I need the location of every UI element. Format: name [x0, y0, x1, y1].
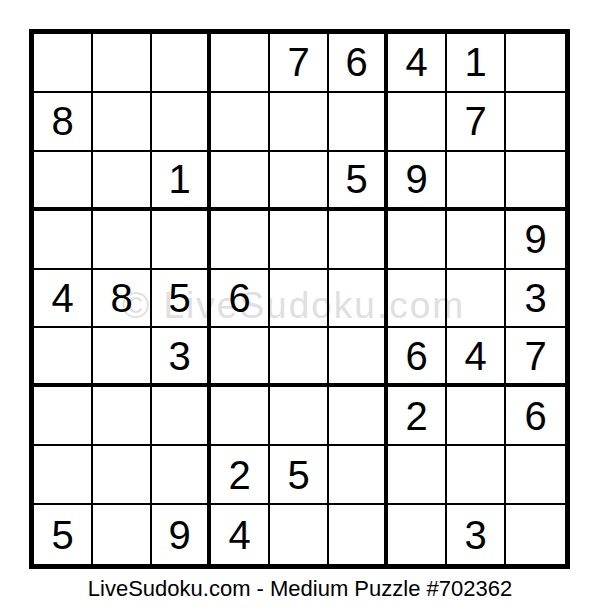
sudoku-cell-empty[interactable]	[152, 387, 211, 446]
sudoku-cell-empty[interactable]	[388, 505, 447, 564]
sudoku-cell-given[interactable]: 4	[388, 34, 447, 93]
sudoku-cell-given[interactable]: 2	[388, 387, 447, 446]
sudoku-cell-empty[interactable]	[211, 152, 270, 211]
sudoku-cell-given[interactable]: 9	[506, 211, 565, 270]
sudoku-cell-empty[interactable]	[211, 387, 270, 446]
sudoku-cell-empty[interactable]	[506, 34, 565, 93]
sudoku-cell-given[interactable]: 7	[506, 328, 565, 387]
sudoku-cell-empty[interactable]	[152, 93, 211, 152]
sudoku-grid: 764187159948563364726255943	[34, 34, 565, 564]
sudoku-cell-given[interactable]: 6	[211, 270, 270, 329]
sudoku-cell-given[interactable]: 5	[152, 270, 211, 329]
sudoku-cell-given[interactable]: 8	[34, 93, 93, 152]
sudoku-cell-empty[interactable]	[152, 34, 211, 93]
sudoku-cell-empty[interactable]	[93, 211, 152, 270]
sudoku-cell-empty[interactable]	[152, 446, 211, 505]
sudoku-cell-given[interactable]: 3	[506, 270, 565, 329]
sudoku-cell-empty[interactable]	[329, 387, 388, 446]
sudoku-cell-given[interactable]: 6	[329, 34, 388, 93]
sudoku-cell-given[interactable]: 5	[270, 446, 329, 505]
sudoku-cell-empty[interactable]	[152, 211, 211, 270]
sudoku-cell-empty[interactable]	[211, 34, 270, 93]
sudoku-cell-empty[interactable]	[93, 505, 152, 564]
sudoku-cell-empty[interactable]	[506, 152, 565, 211]
sudoku-cell-empty[interactable]	[388, 446, 447, 505]
sudoku-page: © LiveSudoku.com 76418715994856336472625…	[0, 0, 600, 615]
sudoku-cell-empty[interactable]	[34, 387, 93, 446]
sudoku-cell-empty[interactable]	[93, 328, 152, 387]
sudoku-cell-given[interactable]: 2	[211, 446, 270, 505]
sudoku-cell-given[interactable]: 5	[34, 505, 93, 564]
sudoku-cell-given[interactable]: 4	[447, 328, 506, 387]
sudoku-cell-given[interactable]: 9	[388, 152, 447, 211]
sudoku-cell-given[interactable]: 1	[447, 34, 506, 93]
sudoku-cell-empty[interactable]	[447, 387, 506, 446]
sudoku-cell-empty[interactable]	[211, 93, 270, 152]
sudoku-cell-given[interactable]: 4	[211, 505, 270, 564]
sudoku-cell-empty[interactable]	[34, 328, 93, 387]
sudoku-cell-empty[interactable]	[270, 505, 329, 564]
sudoku-cell-empty[interactable]	[93, 93, 152, 152]
sudoku-cell-empty[interactable]	[329, 270, 388, 329]
sudoku-cell-empty[interactable]	[270, 328, 329, 387]
puzzle-caption: LiveSudoku.com - Medium Puzzle #702362	[0, 576, 600, 602]
sudoku-cell-empty[interactable]	[270, 270, 329, 329]
sudoku-cell-empty[interactable]	[270, 152, 329, 211]
sudoku-cell-empty[interactable]	[93, 34, 152, 93]
sudoku-cell-given[interactable]: 5	[329, 152, 388, 211]
sudoku-cell-empty[interactable]	[270, 93, 329, 152]
sudoku-cell-empty[interactable]	[506, 446, 565, 505]
sudoku-cell-given[interactable]: 1	[152, 152, 211, 211]
sudoku-cell-given[interactable]: 7	[447, 93, 506, 152]
sudoku-cell-empty[interactable]	[270, 211, 329, 270]
sudoku-cell-empty[interactable]	[211, 211, 270, 270]
sudoku-cell-empty[interactable]	[34, 446, 93, 505]
sudoku-cell-empty[interactable]	[329, 211, 388, 270]
sudoku-cell-empty[interactable]	[329, 505, 388, 564]
sudoku-cell-empty[interactable]	[329, 93, 388, 152]
sudoku-cell-empty[interactable]	[506, 93, 565, 152]
sudoku-cell-given[interactable]: 4	[34, 270, 93, 329]
sudoku-cell-given[interactable]: 9	[152, 505, 211, 564]
sudoku-cell-given[interactable]: 7	[270, 34, 329, 93]
sudoku-board: © LiveSudoku.com 76418715994856336472625…	[29, 29, 570, 569]
sudoku-cell-given[interactable]: 3	[152, 328, 211, 387]
sudoku-cell-empty[interactable]	[329, 446, 388, 505]
sudoku-cell-empty[interactable]	[388, 270, 447, 329]
sudoku-cell-empty[interactable]	[34, 34, 93, 93]
sudoku-cell-empty[interactable]	[388, 93, 447, 152]
sudoku-cell-empty[interactable]	[270, 387, 329, 446]
sudoku-cell-empty[interactable]	[447, 211, 506, 270]
sudoku-cell-empty[interactable]	[447, 270, 506, 329]
sudoku-cell-empty[interactable]	[34, 211, 93, 270]
sudoku-cell-empty[interactable]	[211, 328, 270, 387]
sudoku-cell-empty[interactable]	[93, 152, 152, 211]
sudoku-cell-given[interactable]: 3	[447, 505, 506, 564]
sudoku-cell-empty[interactable]	[34, 152, 93, 211]
sudoku-cell-given[interactable]: 6	[388, 328, 447, 387]
sudoku-cell-empty[interactable]	[329, 328, 388, 387]
sudoku-cell-empty[interactable]	[447, 152, 506, 211]
sudoku-cell-empty[interactable]	[93, 387, 152, 446]
sudoku-cell-empty[interactable]	[506, 505, 565, 564]
sudoku-cell-given[interactable]: 6	[506, 387, 565, 446]
sudoku-cell-given[interactable]: 8	[93, 270, 152, 329]
sudoku-cell-empty[interactable]	[93, 446, 152, 505]
sudoku-cell-empty[interactable]	[388, 211, 447, 270]
sudoku-cell-empty[interactable]	[447, 446, 506, 505]
